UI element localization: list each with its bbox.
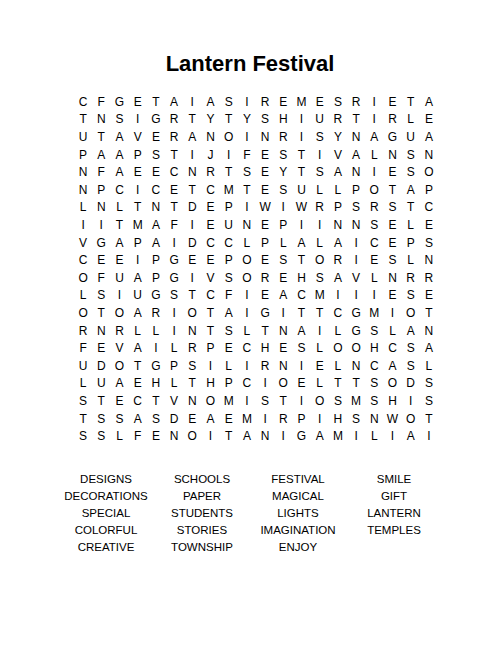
word-item: LANTERN bbox=[346, 505, 442, 522]
grid-cell: T bbox=[183, 375, 201, 393]
grid-cell: A bbox=[147, 216, 165, 234]
grid-cell: E bbox=[201, 199, 219, 217]
grid-cell: T bbox=[201, 322, 219, 340]
grid-cell: S bbox=[402, 287, 420, 305]
grid-cell: P bbox=[129, 146, 147, 164]
grid-cell: I bbox=[274, 427, 292, 445]
grid-cell: I bbox=[74, 216, 92, 234]
grid-cell: E bbox=[110, 392, 128, 410]
word-list-column: FESTIVALMAGICALLIGHTSIMAGINATIONENJOY bbox=[250, 471, 346, 556]
grid-cell: N bbox=[329, 216, 347, 234]
grid-cell: E bbox=[292, 375, 310, 393]
grid-cell: V bbox=[165, 392, 183, 410]
grid-cell: C bbox=[147, 181, 165, 199]
grid-cell: P bbox=[220, 199, 238, 217]
word-item: CREATIVE bbox=[58, 539, 154, 556]
grid-cell: I bbox=[238, 287, 256, 305]
grid-cell: I bbox=[238, 93, 256, 111]
grid-cell: E bbox=[420, 111, 438, 129]
grid-cell: E bbox=[256, 181, 274, 199]
grid-cell: E bbox=[383, 216, 401, 234]
grid-cell: S bbox=[110, 410, 128, 428]
grid-cell: T bbox=[402, 93, 420, 111]
grid-cell: E bbox=[147, 163, 165, 181]
grid-cell: P bbox=[74, 146, 92, 164]
grid-cell: E bbox=[383, 163, 401, 181]
grid-cell: T bbox=[147, 392, 165, 410]
grid-cell: O bbox=[74, 304, 92, 322]
grid-cell: D bbox=[165, 410, 183, 428]
grid-cell: R bbox=[329, 251, 347, 269]
word-search-page: Lantern Festival CFGETAIASIREMESRIETATNS… bbox=[0, 0, 500, 647]
grid-cell: I bbox=[347, 427, 365, 445]
grid-cell: N bbox=[74, 181, 92, 199]
grid-cell: L bbox=[311, 181, 329, 199]
grid-cell: E bbox=[420, 287, 438, 305]
grid-cell: R bbox=[365, 199, 383, 217]
grid-cell: T bbox=[220, 427, 238, 445]
word-item: PAPER bbox=[154, 488, 250, 505]
grid-cell: O bbox=[383, 375, 401, 393]
word-item: DECORATIONS bbox=[58, 488, 154, 505]
grid-cell: U bbox=[311, 111, 329, 129]
grid-cell: S bbox=[420, 392, 438, 410]
grid-cell: T bbox=[274, 392, 292, 410]
grid-cell: A bbox=[311, 427, 329, 445]
grid-cell: T bbox=[420, 410, 438, 428]
grid-cell: S bbox=[74, 427, 92, 445]
grid-cell: I bbox=[165, 304, 183, 322]
grid-cell: I bbox=[347, 287, 365, 305]
grid-cell: S bbox=[402, 357, 420, 375]
grid-cell: I bbox=[274, 199, 292, 217]
grid-cell: M bbox=[129, 216, 147, 234]
grid-cell: N bbox=[274, 322, 292, 340]
grid-cell: I bbox=[256, 410, 274, 428]
grid-cell: A bbox=[129, 339, 147, 357]
word-list: DESIGNSDECORATIONSSPECIALCOLORFULCREATIV… bbox=[58, 471, 442, 556]
grid-cell: I bbox=[383, 304, 401, 322]
grid-cell: O bbox=[311, 251, 329, 269]
grid-cell: C bbox=[238, 375, 256, 393]
grid-cell: N bbox=[383, 146, 401, 164]
grid-cell: U bbox=[110, 269, 128, 287]
grid-cell: I bbox=[238, 128, 256, 146]
grid-cell: T bbox=[147, 93, 165, 111]
grid-cell: S bbox=[402, 163, 420, 181]
grid-cell: A bbox=[329, 234, 347, 252]
grid-cell: W bbox=[292, 199, 310, 217]
grid-cell: G bbox=[92, 234, 110, 252]
grid-cell: E bbox=[311, 93, 329, 111]
grid-cell: G bbox=[165, 251, 183, 269]
grid-cell: F bbox=[92, 163, 110, 181]
grid-cell: E bbox=[274, 93, 292, 111]
grid-cell: S bbox=[183, 357, 201, 375]
grid-cell: S bbox=[92, 410, 110, 428]
word-item: DESIGNS bbox=[58, 471, 154, 488]
grid-cell: I bbox=[183, 216, 201, 234]
grid-cell: R bbox=[183, 339, 201, 357]
grid-cell: S bbox=[365, 375, 383, 393]
grid-cell: V bbox=[201, 269, 219, 287]
grid-cell: C bbox=[165, 163, 183, 181]
grid-cell: R bbox=[256, 357, 274, 375]
grid-cell: A bbox=[129, 410, 147, 428]
grid-cell: P bbox=[256, 234, 274, 252]
grid-cell: A bbox=[420, 128, 438, 146]
grid-cell: I bbox=[147, 339, 165, 357]
grid-cell: R bbox=[147, 304, 165, 322]
grid-cell: L bbox=[329, 322, 347, 340]
grid-cell: L bbox=[402, 251, 420, 269]
grid-cell: P bbox=[402, 234, 420, 252]
grid-cell: U bbox=[220, 216, 238, 234]
grid-cell: R bbox=[165, 111, 183, 129]
grid-cell: I bbox=[183, 93, 201, 111]
word-item: MAGICAL bbox=[250, 488, 346, 505]
grid-cell: E bbox=[110, 251, 128, 269]
grid-cell: S bbox=[256, 392, 274, 410]
grid-cell: T bbox=[420, 304, 438, 322]
grid-cell: U bbox=[292, 181, 310, 199]
grid-cell: M bbox=[329, 427, 347, 445]
grid-cell: S bbox=[383, 251, 401, 269]
word-item: TEMPLES bbox=[346, 522, 442, 539]
grid-cell: O bbox=[420, 163, 438, 181]
grid-cell: N bbox=[347, 357, 365, 375]
grid-cell: S bbox=[110, 111, 128, 129]
grid-cell: L bbox=[165, 339, 183, 357]
grid-cell: O bbox=[365, 181, 383, 199]
grid-cell: M bbox=[347, 392, 365, 410]
grid-cell: E bbox=[365, 251, 383, 269]
grid-cell: I bbox=[238, 199, 256, 217]
grid-cell: T bbox=[201, 304, 219, 322]
grid-cell: R bbox=[274, 410, 292, 428]
grid-cell: A bbox=[402, 322, 420, 340]
grid-cell: C bbox=[129, 392, 147, 410]
grid-cell: I bbox=[383, 427, 401, 445]
grid-cell: N bbox=[347, 128, 365, 146]
grid-cell: E bbox=[311, 357, 329, 375]
grid-cell: T bbox=[74, 111, 92, 129]
grid-cell: L bbox=[147, 322, 165, 340]
grid-cell: S bbox=[220, 269, 238, 287]
word-item: STUDENTS bbox=[154, 505, 250, 522]
grid-cell: I bbox=[292, 111, 310, 129]
grid-cell: N bbox=[92, 322, 110, 340]
grid-cell: G bbox=[347, 322, 365, 340]
grid-cell: R bbox=[256, 93, 274, 111]
grid-cell: O bbox=[110, 357, 128, 375]
grid-cell: O bbox=[220, 128, 238, 146]
page-title: Lantern Festival bbox=[0, 51, 500, 77]
grid-cell: I bbox=[402, 392, 420, 410]
grid-cell: A bbox=[110, 375, 128, 393]
grid-cell: S bbox=[92, 427, 110, 445]
grid-cell: L bbox=[129, 322, 147, 340]
grid-cell: F bbox=[92, 269, 110, 287]
grid-cell: V bbox=[74, 234, 92, 252]
grid-cell: S bbox=[365, 216, 383, 234]
grid-cell: E bbox=[383, 287, 401, 305]
grid-cell: C bbox=[292, 287, 310, 305]
grid-cell: C bbox=[201, 234, 219, 252]
grid-cell: S bbox=[329, 392, 347, 410]
grid-cell: T bbox=[329, 375, 347, 393]
grid-cell: C bbox=[238, 339, 256, 357]
grid-cell: H bbox=[274, 111, 292, 129]
grid-cell: M bbox=[292, 93, 310, 111]
grid-cell: O bbox=[311, 392, 329, 410]
grid-cell: C bbox=[201, 287, 219, 305]
grid-cell: I bbox=[292, 357, 310, 375]
grid-cell: O bbox=[110, 304, 128, 322]
grid-cell: H bbox=[329, 410, 347, 428]
grid-cell: W bbox=[383, 410, 401, 428]
grid-cell: T bbox=[292, 304, 310, 322]
grid-cell: I bbox=[292, 392, 310, 410]
grid-cell: I bbox=[129, 181, 147, 199]
grid-cell: I bbox=[201, 427, 219, 445]
grid-cell: A bbox=[201, 410, 219, 428]
grid-cell: F bbox=[220, 287, 238, 305]
grid-cell: N bbox=[274, 357, 292, 375]
grid-cell: I bbox=[256, 375, 274, 393]
word-list-column: SMILEGIFTLANTERNTEMPLES bbox=[346, 471, 442, 556]
grid-cell: E bbox=[256, 216, 274, 234]
grid-cell: I bbox=[311, 410, 329, 428]
letter-grid: CFGETAIASIREMESRIETATNSIGRTYTYSHIURTIRLE… bbox=[74, 93, 438, 445]
grid-cell: C bbox=[365, 234, 383, 252]
grid-cell: T bbox=[129, 199, 147, 217]
grid-cell: Y bbox=[201, 111, 219, 129]
grid-cell: L bbox=[365, 146, 383, 164]
grid-cell: Y bbox=[329, 128, 347, 146]
grid-cell: E bbox=[147, 128, 165, 146]
grid-cell: M bbox=[220, 392, 238, 410]
grid-cell: G bbox=[256, 304, 274, 322]
grid-cell: T bbox=[183, 181, 201, 199]
grid-cell: S bbox=[420, 375, 438, 393]
grid-cell: E bbox=[256, 287, 274, 305]
grid-cell: P bbox=[147, 269, 165, 287]
grid-cell: O bbox=[347, 339, 365, 357]
grid-cell: P bbox=[147, 251, 165, 269]
grid-cell: I bbox=[165, 322, 183, 340]
grid-cell: N bbox=[92, 199, 110, 217]
grid-cell: H bbox=[383, 392, 401, 410]
grid-cell: E bbox=[183, 410, 201, 428]
grid-cell: E bbox=[256, 163, 274, 181]
grid-cell: A bbox=[201, 93, 219, 111]
grid-cell: D bbox=[402, 375, 420, 393]
grid-cell: O bbox=[74, 269, 92, 287]
grid-cell: A bbox=[110, 234, 128, 252]
grid-cell: O bbox=[329, 339, 347, 357]
grid-cell: A bbox=[129, 304, 147, 322]
grid-cell: L bbox=[329, 357, 347, 375]
word-item: LIGHTS bbox=[250, 505, 346, 522]
grid-cell: O bbox=[183, 427, 201, 445]
grid-cell: G bbox=[383, 128, 401, 146]
word-item: SPECIAL bbox=[58, 505, 154, 522]
grid-cell: S bbox=[92, 287, 110, 305]
grid-cell: I bbox=[201, 357, 219, 375]
grid-cell: E bbox=[129, 375, 147, 393]
grid-cell: S bbox=[274, 146, 292, 164]
grid-cell: I bbox=[92, 216, 110, 234]
grid-cell: O bbox=[238, 251, 256, 269]
grid-cell: A bbox=[92, 146, 110, 164]
grid-cell: C bbox=[383, 339, 401, 357]
grid-cell: E bbox=[220, 410, 238, 428]
grid-cell: S bbox=[402, 339, 420, 357]
grid-cell: D bbox=[92, 357, 110, 375]
grid-cell: S bbox=[220, 93, 238, 111]
grid-cell: U bbox=[74, 128, 92, 146]
grid-cell: T bbox=[110, 216, 128, 234]
grid-cell: W bbox=[256, 199, 274, 217]
grid-cell: S bbox=[383, 199, 401, 217]
grid-cell: N bbox=[347, 216, 365, 234]
grid-cell: E bbox=[274, 339, 292, 357]
grid-cell: N bbox=[420, 322, 438, 340]
grid-cell: I bbox=[311, 146, 329, 164]
grid-cell: L bbox=[365, 269, 383, 287]
grid-cell: V bbox=[329, 146, 347, 164]
grid-cell: E bbox=[129, 93, 147, 111]
grid-cell: T bbox=[292, 146, 310, 164]
grid-cell: N bbox=[165, 427, 183, 445]
grid-cell: H bbox=[201, 375, 219, 393]
grid-cell: J bbox=[201, 146, 219, 164]
grid-cell: C bbox=[110, 181, 128, 199]
grid-cell: R bbox=[311, 199, 329, 217]
grid-cell: A bbox=[129, 269, 147, 287]
grid-cell: I bbox=[311, 216, 329, 234]
grid-cell: L bbox=[274, 234, 292, 252]
grid-cell: S bbox=[365, 322, 383, 340]
grid-cell: R bbox=[74, 322, 92, 340]
grid-cell: I bbox=[292, 216, 310, 234]
grid-cell: G bbox=[147, 111, 165, 129]
grid-cell: U bbox=[92, 375, 110, 393]
grid-cell: S bbox=[311, 128, 329, 146]
grid-cell: S bbox=[274, 251, 292, 269]
grid-cell: P bbox=[129, 234, 147, 252]
grid-cell: I bbox=[420, 427, 438, 445]
grid-cell: L bbox=[110, 199, 128, 217]
grid-cell: L bbox=[311, 339, 329, 357]
grid-cell: T bbox=[92, 128, 110, 146]
grid-cell: E bbox=[147, 427, 165, 445]
grid-cell: P bbox=[274, 216, 292, 234]
grid-cell: S bbox=[147, 146, 165, 164]
grid-cell: I bbox=[110, 287, 128, 305]
grid-cell: G bbox=[347, 304, 365, 322]
grid-cell: D bbox=[183, 199, 201, 217]
grid-cell: I bbox=[274, 304, 292, 322]
grid-cell: E bbox=[201, 216, 219, 234]
grid-cell: T bbox=[347, 111, 365, 129]
grid-cell: L bbox=[238, 234, 256, 252]
grid-cell: A bbox=[329, 269, 347, 287]
grid-cell: R bbox=[274, 128, 292, 146]
grid-cell: I bbox=[347, 234, 365, 252]
grid-cell: M bbox=[365, 304, 383, 322]
word-list-column: SCHOOLSPAPERSTUDENTSSTORIESTOWNSHIP bbox=[154, 471, 250, 556]
grid-cell: S bbox=[292, 339, 310, 357]
grid-cell: A bbox=[274, 287, 292, 305]
grid-cell: A bbox=[183, 128, 201, 146]
grid-cell: F bbox=[129, 427, 147, 445]
grid-cell: R bbox=[201, 163, 219, 181]
grid-cell: T bbox=[183, 111, 201, 129]
word-item: IMAGINATION bbox=[250, 522, 346, 539]
grid-cell: T bbox=[402, 199, 420, 217]
grid-cell: C bbox=[365, 357, 383, 375]
grid-cell: I bbox=[183, 269, 201, 287]
grid-cell: A bbox=[329, 163, 347, 181]
grid-cell: A bbox=[365, 128, 383, 146]
grid-cell: N bbox=[256, 427, 274, 445]
grid-cell: E bbox=[274, 269, 292, 287]
grid-cell: T bbox=[165, 146, 183, 164]
grid-cell: P bbox=[329, 199, 347, 217]
grid-cell: D bbox=[183, 234, 201, 252]
grid-cell: T bbox=[183, 287, 201, 305]
grid-cell: U bbox=[74, 357, 92, 375]
grid-cell: I bbox=[365, 163, 383, 181]
grid-cell: T bbox=[92, 304, 110, 322]
grid-cell: M bbox=[238, 410, 256, 428]
word-item: TOWNSHIP bbox=[154, 539, 250, 556]
grid-cell: S bbox=[311, 163, 329, 181]
grid-cell: S bbox=[165, 287, 183, 305]
grid-cell: A bbox=[238, 427, 256, 445]
word-item: GIFT bbox=[346, 488, 442, 505]
grid-cell: N bbox=[420, 251, 438, 269]
grid-cell: P bbox=[92, 181, 110, 199]
grid-cell: A bbox=[110, 128, 128, 146]
grid-cell: F bbox=[165, 216, 183, 234]
grid-cell: Y bbox=[238, 111, 256, 129]
grid-cell: T bbox=[292, 163, 310, 181]
grid-cell: C bbox=[220, 234, 238, 252]
grid-cell: I bbox=[365, 111, 383, 129]
grid-cell: N bbox=[383, 269, 401, 287]
grid-cell: S bbox=[256, 111, 274, 129]
grid-cell: C bbox=[74, 251, 92, 269]
grid-cell: S bbox=[220, 322, 238, 340]
word-item: SCHOOLS bbox=[154, 471, 250, 488]
grid-cell: C bbox=[420, 199, 438, 217]
word-list-column: DESIGNSDECORATIONSSPECIALCOLORFULCREATIV… bbox=[58, 471, 154, 556]
grid-cell: R bbox=[110, 322, 128, 340]
grid-cell: O bbox=[402, 410, 420, 428]
grid-cell: E bbox=[420, 216, 438, 234]
grid-cell: O bbox=[274, 375, 292, 393]
grid-cell: I bbox=[238, 357, 256, 375]
grid-cell: H bbox=[292, 269, 310, 287]
grid-cell: I bbox=[347, 251, 365, 269]
grid-cell: T bbox=[74, 410, 92, 428]
grid-cell: E bbox=[256, 146, 274, 164]
grid-cell: L bbox=[329, 181, 347, 199]
grid-cell: I bbox=[311, 322, 329, 340]
